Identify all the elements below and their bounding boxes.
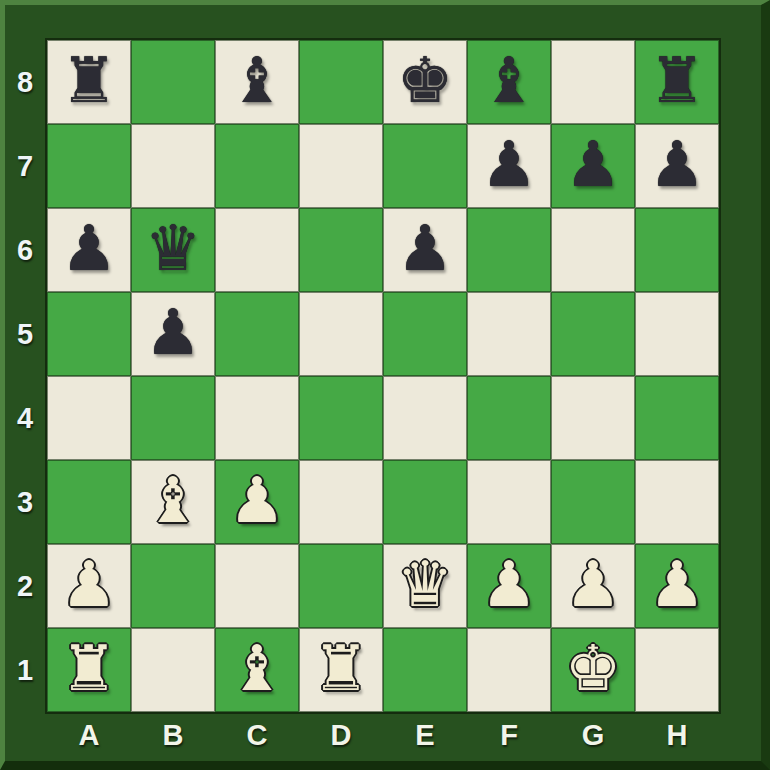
square-d5[interactable] <box>299 292 383 376</box>
square-a4[interactable] <box>47 376 131 460</box>
square-a8[interactable]: ♜ <box>47 40 131 124</box>
square-h8[interactable]: ♜ <box>635 40 719 124</box>
square-a7[interactable] <box>47 124 131 208</box>
piece-white-bishop: ♝ <box>145 469 201 532</box>
piece-black-pawn: ♟ <box>565 133 621 196</box>
square-g6[interactable] <box>551 208 635 292</box>
square-c7[interactable] <box>215 124 299 208</box>
rank-label-3: 3 <box>5 460 45 544</box>
file-label-c: C <box>215 714 299 756</box>
square-d6[interactable] <box>299 208 383 292</box>
file-labels-row: ABCDEFGH <box>47 714 719 756</box>
square-d7[interactable] <box>299 124 383 208</box>
square-g5[interactable] <box>551 292 635 376</box>
square-c6[interactable] <box>215 208 299 292</box>
rank-label-4: 4 <box>5 376 45 460</box>
square-h3[interactable] <box>635 460 719 544</box>
square-e3[interactable] <box>383 460 467 544</box>
board-frame: 87654321 ♜♝♚♝♜♟♟♟♟♛♟♟♝♟♟♛♟♟♟♜♝♜♚ ABCDEFG… <box>0 0 770 770</box>
file-label-d: D <box>299 714 383 756</box>
piece-white-pawn: ♟ <box>565 553 621 616</box>
square-e5[interactable] <box>383 292 467 376</box>
square-d4[interactable] <box>299 376 383 460</box>
square-f3[interactable] <box>467 460 551 544</box>
piece-black-pawn: ♟ <box>649 133 705 196</box>
square-f2[interactable]: ♟ <box>467 544 551 628</box>
file-label-b: B <box>131 714 215 756</box>
square-e7[interactable] <box>383 124 467 208</box>
rank-label-8: 8 <box>5 40 45 124</box>
square-b5[interactable]: ♟ <box>131 292 215 376</box>
square-a1[interactable]: ♜ <box>47 628 131 712</box>
piece-black-pawn: ♟ <box>145 301 201 364</box>
piece-black-bishop: ♝ <box>481 49 537 112</box>
square-c5[interactable] <box>215 292 299 376</box>
file-label-g: G <box>551 714 635 756</box>
square-a3[interactable] <box>47 460 131 544</box>
square-g3[interactable] <box>551 460 635 544</box>
square-b7[interactable] <box>131 124 215 208</box>
square-c2[interactable] <box>215 544 299 628</box>
rank-label-5: 5 <box>5 292 45 376</box>
square-b8[interactable] <box>131 40 215 124</box>
square-g1[interactable]: ♚ <box>551 628 635 712</box>
piece-white-rook: ♜ <box>313 637 369 700</box>
square-d8[interactable] <box>299 40 383 124</box>
rank-label-7: 7 <box>5 124 45 208</box>
square-b1[interactable] <box>131 628 215 712</box>
chess-board: ♜♝♚♝♜♟♟♟♟♛♟♟♝♟♟♛♟♟♟♜♝♜♚ <box>45 38 721 714</box>
square-f7[interactable]: ♟ <box>467 124 551 208</box>
rank-label-2: 2 <box>5 544 45 628</box>
square-a6[interactable]: ♟ <box>47 208 131 292</box>
square-b3[interactable]: ♝ <box>131 460 215 544</box>
square-h1[interactable] <box>635 628 719 712</box>
square-e8[interactable]: ♚ <box>383 40 467 124</box>
square-c4[interactable] <box>215 376 299 460</box>
square-c3[interactable]: ♟ <box>215 460 299 544</box>
square-a2[interactable]: ♟ <box>47 544 131 628</box>
file-label-e: E <box>383 714 467 756</box>
square-h4[interactable] <box>635 376 719 460</box>
piece-black-bishop: ♝ <box>229 49 285 112</box>
piece-white-pawn: ♟ <box>649 553 705 616</box>
square-g8[interactable] <box>551 40 635 124</box>
square-a5[interactable] <box>47 292 131 376</box>
piece-black-rook: ♜ <box>649 49 705 112</box>
piece-white-pawn: ♟ <box>481 553 537 616</box>
piece-white-bishop: ♝ <box>229 637 285 700</box>
piece-white-pawn: ♟ <box>61 553 117 616</box>
square-d1[interactable]: ♜ <box>299 628 383 712</box>
square-b2[interactable] <box>131 544 215 628</box>
square-e6[interactable]: ♟ <box>383 208 467 292</box>
piece-white-queen: ♛ <box>397 553 453 616</box>
rank-label-1: 1 <box>5 628 45 712</box>
piece-black-queen: ♛ <box>145 217 201 280</box>
square-f4[interactable] <box>467 376 551 460</box>
square-g4[interactable] <box>551 376 635 460</box>
piece-black-rook: ♜ <box>61 49 117 112</box>
square-f8[interactable]: ♝ <box>467 40 551 124</box>
square-f6[interactable] <box>467 208 551 292</box>
square-d2[interactable] <box>299 544 383 628</box>
piece-black-pawn: ♟ <box>61 217 117 280</box>
square-b4[interactable] <box>131 376 215 460</box>
piece-white-pawn: ♟ <box>229 469 285 532</box>
piece-white-king: ♚ <box>565 637 621 700</box>
square-f5[interactable] <box>467 292 551 376</box>
square-h2[interactable]: ♟ <box>635 544 719 628</box>
rank-labels-column: 87654321 <box>5 40 45 712</box>
file-label-a: A <box>47 714 131 756</box>
square-g2[interactable]: ♟ <box>551 544 635 628</box>
piece-black-king: ♚ <box>397 49 453 112</box>
square-e1[interactable] <box>383 628 467 712</box>
file-label-h: H <box>635 714 719 756</box>
square-b6[interactable]: ♛ <box>131 208 215 292</box>
piece-black-pawn: ♟ <box>397 217 453 280</box>
square-c1[interactable]: ♝ <box>215 628 299 712</box>
square-h7[interactable]: ♟ <box>635 124 719 208</box>
rank-label-6: 6 <box>5 208 45 292</box>
square-h6[interactable] <box>635 208 719 292</box>
piece-black-pawn: ♟ <box>481 133 537 196</box>
square-f1[interactable] <box>467 628 551 712</box>
square-e2[interactable]: ♛ <box>383 544 467 628</box>
square-c8[interactable]: ♝ <box>215 40 299 124</box>
square-h5[interactable] <box>635 292 719 376</box>
piece-white-rook: ♜ <box>61 637 117 700</box>
square-d3[interactable] <box>299 460 383 544</box>
file-label-f: F <box>467 714 551 756</box>
square-g7[interactable]: ♟ <box>551 124 635 208</box>
square-e4[interactable] <box>383 376 467 460</box>
